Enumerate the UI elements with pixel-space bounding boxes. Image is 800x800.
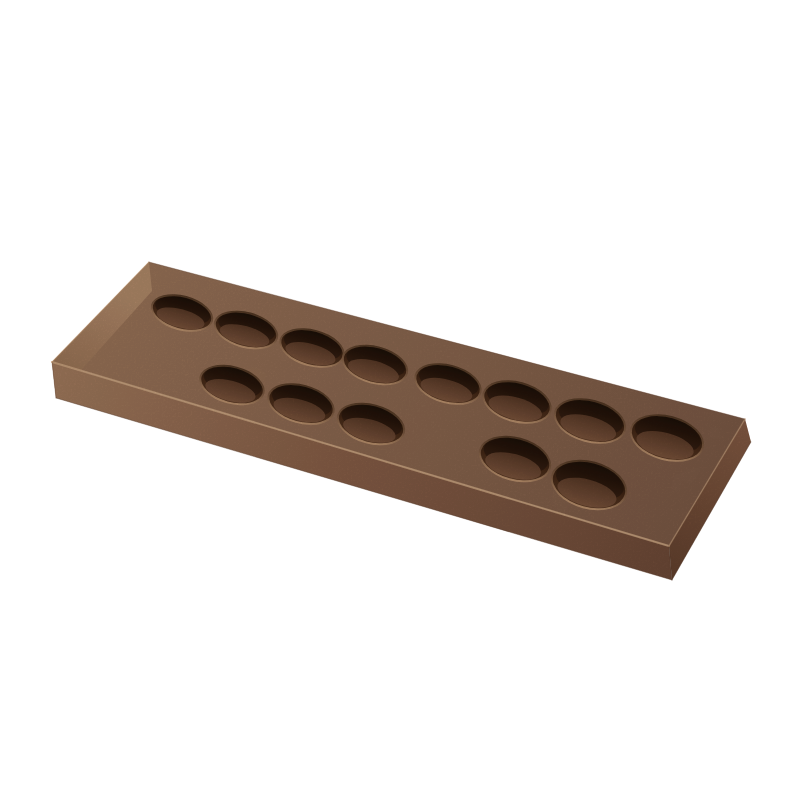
product-photo-stage — [0, 0, 800, 800]
wood-grain-texture — [52, 262, 751, 580]
mancala-board — [0, 0, 800, 800]
mottle-texture — [52, 262, 751, 580]
